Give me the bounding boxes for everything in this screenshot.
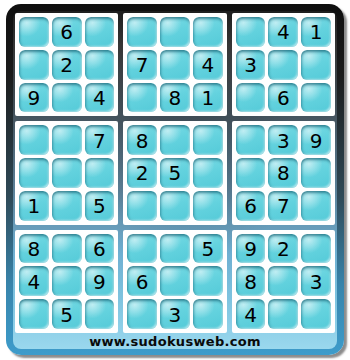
given-digit: 6	[136, 271, 149, 292]
cell-r8c6[interactable]	[193, 266, 223, 296]
given-digit: 1	[201, 87, 214, 108]
cell-r1c4[interactable]	[127, 17, 157, 47]
sudoku-board: 629474814136715825398678649556392834	[15, 13, 335, 333]
given-digit: 8	[169, 87, 182, 108]
cell-r8c3[interactable]: 9	[85, 266, 115, 296]
cell-r6c7[interactable]: 6	[236, 191, 266, 221]
given-digit: 8	[244, 271, 257, 292]
given-digit: 2	[136, 162, 149, 183]
cell-r9c5[interactable]: 3	[160, 299, 190, 329]
given-digit: 3	[277, 130, 290, 151]
cell-r4c9[interactable]: 9	[301, 125, 331, 155]
sudoku-box-2: 7481	[123, 13, 226, 116]
cell-r4c8[interactable]: 3	[268, 125, 298, 155]
given-digit: 1	[310, 21, 323, 42]
given-digit: 8	[136, 130, 149, 151]
cell-r7c4[interactable]	[127, 234, 157, 264]
cell-r4c2[interactable]	[52, 125, 82, 155]
cell-r5c3[interactable]	[85, 158, 115, 188]
given-digit: 5	[93, 195, 106, 216]
given-digit: 9	[310, 130, 323, 151]
cell-r1c8[interactable]: 4	[268, 17, 298, 47]
sudoku-box-7: 86495	[15, 230, 118, 333]
given-digit: 5	[60, 304, 73, 325]
given-digit: 8	[277, 162, 290, 183]
cell-r6c5[interactable]	[160, 191, 190, 221]
cell-r1c2[interactable]: 6	[52, 17, 82, 47]
given-digit: 7	[277, 195, 290, 216]
board-background: 629474814136715825398678649556392834 www…	[13, 11, 337, 349]
cell-r1c9[interactable]: 1	[301, 17, 331, 47]
cell-r1c6[interactable]	[193, 17, 223, 47]
cell-r3c9[interactable]	[301, 83, 331, 113]
given-digit: 4	[201, 54, 214, 75]
cell-r9c3[interactable]	[85, 299, 115, 329]
sudoku-widget: 629474814136715825398678649556392834 www…	[0, 0, 350, 360]
cell-r6c2[interactable]	[52, 191, 82, 221]
cell-r3c5[interactable]: 8	[160, 83, 190, 113]
cell-r6c9[interactable]	[301, 191, 331, 221]
cell-r8c9[interactable]: 3	[301, 266, 331, 296]
cell-r3c3[interactable]: 4	[85, 83, 115, 113]
cell-r7c9[interactable]	[301, 234, 331, 264]
given-digit: 4	[277, 21, 290, 42]
sudoku-box-4: 715	[15, 121, 118, 224]
cell-r9c7[interactable]: 4	[236, 299, 266, 329]
given-digit: 5	[201, 238, 214, 259]
cell-r2c2[interactable]: 2	[52, 50, 82, 80]
given-digit: 3	[310, 271, 323, 292]
cell-r6c4[interactable]	[127, 191, 157, 221]
cell-r2c3[interactable]	[85, 50, 115, 80]
cell-r2c1[interactable]	[19, 50, 49, 80]
cell-r8c1[interactable]: 4	[19, 266, 49, 296]
cell-r2c9[interactable]	[301, 50, 331, 80]
given-digit: 8	[28, 238, 41, 259]
cell-r4c7[interactable]	[236, 125, 266, 155]
given-digit: 7	[93, 130, 106, 151]
cell-r1c7[interactable]	[236, 17, 266, 47]
cell-r7c3[interactable]: 6	[85, 234, 115, 264]
cell-r3c7[interactable]	[236, 83, 266, 113]
cell-r2c8[interactable]	[268, 50, 298, 80]
cell-r3c8[interactable]: 6	[268, 83, 298, 113]
given-digit: 9	[93, 271, 106, 292]
board-frame: 629474814136715825398678649556392834 www…	[6, 4, 344, 355]
cell-r8c4[interactable]: 6	[127, 266, 157, 296]
cell-r5c8[interactable]: 8	[268, 158, 298, 188]
cell-r5c4[interactable]: 2	[127, 158, 157, 188]
sudoku-box-3: 4136	[232, 13, 335, 116]
cell-r7c8[interactable]: 2	[268, 234, 298, 264]
cell-r3c1[interactable]: 9	[19, 83, 49, 113]
cell-r7c1[interactable]: 8	[19, 234, 49, 264]
footer-url: www.sudokusweb.com	[13, 333, 337, 349]
given-digit: 6	[93, 238, 106, 259]
cell-r6c6[interactable]	[193, 191, 223, 221]
sudoku-box-9: 92834	[232, 230, 335, 333]
cell-r9c9[interactable]	[301, 299, 331, 329]
given-digit: 2	[277, 238, 290, 259]
given-digit: 3	[169, 304, 182, 325]
given-digit: 6	[277, 87, 290, 108]
cell-r7c2[interactable]	[52, 234, 82, 264]
cell-r4c6[interactable]	[193, 125, 223, 155]
given-digit: 9	[28, 87, 41, 108]
cell-r5c9[interactable]	[301, 158, 331, 188]
cell-r8c7[interactable]: 8	[236, 266, 266, 296]
cell-r7c6[interactable]: 5	[193, 234, 223, 264]
cell-r5c7[interactable]	[236, 158, 266, 188]
cell-r3c4[interactable]	[127, 83, 157, 113]
given-digit: 9	[244, 238, 257, 259]
given-digit: 1	[28, 195, 41, 216]
cell-r1c3[interactable]	[85, 17, 115, 47]
cell-r2c6[interactable]: 4	[193, 50, 223, 80]
cell-r7c5[interactable]	[160, 234, 190, 264]
given-digit: 3	[244, 54, 257, 75]
given-digit: 5	[169, 162, 182, 183]
sudoku-box-6: 39867	[232, 121, 335, 224]
cell-r8c2[interactable]	[52, 266, 82, 296]
sudoku-box-5: 825	[123, 121, 226, 224]
cell-r5c1[interactable]	[19, 158, 49, 188]
cell-r7c7[interactable]: 9	[236, 234, 266, 264]
cell-r5c6[interactable]	[193, 158, 223, 188]
cell-r8c8[interactable]	[268, 266, 298, 296]
cell-r1c1[interactable]	[19, 17, 49, 47]
cell-r8c5[interactable]	[160, 266, 190, 296]
cell-r4c1[interactable]	[19, 125, 49, 155]
given-digit: 4	[244, 304, 257, 325]
cell-r4c4[interactable]: 8	[127, 125, 157, 155]
cell-r5c5[interactable]: 5	[160, 158, 190, 188]
cell-r2c5[interactable]	[160, 50, 190, 80]
cell-r6c1[interactable]: 1	[19, 191, 49, 221]
cell-r3c2[interactable]	[52, 83, 82, 113]
given-digit: 6	[60, 21, 73, 42]
given-digit: 4	[93, 87, 106, 108]
cell-r3c6[interactable]: 1	[193, 83, 223, 113]
cell-r9c2[interactable]: 5	[52, 299, 82, 329]
cell-r4c3[interactable]: 7	[85, 125, 115, 155]
given-digit: 7	[136, 54, 149, 75]
cell-r4c5[interactable]	[160, 125, 190, 155]
cell-r2c4[interactable]: 7	[127, 50, 157, 80]
sudoku-box-1: 6294	[15, 13, 118, 116]
cell-r6c3[interactable]: 5	[85, 191, 115, 221]
cell-r2c7[interactable]: 3	[236, 50, 266, 80]
given-digit: 2	[60, 54, 73, 75]
cell-r9c6[interactable]	[193, 299, 223, 329]
cell-r9c4[interactable]	[127, 299, 157, 329]
cell-r9c1[interactable]	[19, 299, 49, 329]
cell-r1c5[interactable]	[160, 17, 190, 47]
cell-r9c8[interactable]	[268, 299, 298, 329]
sudoku-box-8: 563	[123, 230, 226, 333]
cell-r6c8[interactable]: 7	[268, 191, 298, 221]
given-digit: 6	[244, 195, 257, 216]
cell-r5c2[interactable]	[52, 158, 82, 188]
given-digit: 4	[28, 271, 41, 292]
